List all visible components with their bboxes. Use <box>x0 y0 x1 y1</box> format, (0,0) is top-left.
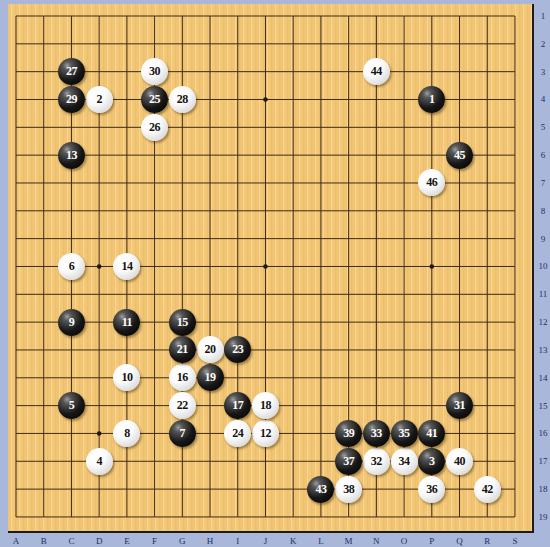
stone-number: 21 <box>177 342 188 357</box>
stone-number: 36 <box>426 482 437 497</box>
coord-number-3: 3 <box>536 67 550 77</box>
stone-black-31[interactable]: 31 <box>446 392 473 419</box>
stone-number: 42 <box>482 482 493 497</box>
coord-letter-R: R <box>484 535 490 547</box>
stone-number: 5 <box>69 398 75 413</box>
stone-number: 38 <box>343 482 354 497</box>
coord-letter-A: A <box>13 535 20 547</box>
coord-letter-N: N <box>373 535 380 547</box>
stone-black-43[interactable]: 43 <box>307 476 334 503</box>
stone-number: 34 <box>399 454 410 469</box>
stones-layer[interactable]: 1234567891011121314151617181920212223242… <box>2 2 529 531</box>
stone-number: 18 <box>260 398 271 413</box>
coord-letter-G: G <box>179 535 186 547</box>
coord-number-13: 13 <box>536 345 550 355</box>
stone-number: 31 <box>454 398 465 413</box>
stone-white-38[interactable]: 38 <box>335 476 362 503</box>
coord-number-9: 9 <box>536 234 550 244</box>
stone-white-32[interactable]: 32 <box>363 448 390 475</box>
coord-number-19: 19 <box>536 512 550 522</box>
stone-number: 26 <box>149 120 160 135</box>
coord-letter-J: J <box>264 535 268 547</box>
coord-number-11: 11 <box>536 289 550 299</box>
stone-black-45[interactable]: 45 <box>446 142 473 169</box>
coord-number-16: 16 <box>536 428 550 438</box>
coord-number-1: 1 <box>536 11 550 21</box>
stone-number: 23 <box>232 342 243 357</box>
coord-number-15: 15 <box>536 401 550 411</box>
stone-number: 9 <box>69 315 75 330</box>
stone-number: 30 <box>149 64 160 79</box>
stone-number: 3 <box>429 454 435 469</box>
stone-number: 15 <box>177 315 188 330</box>
stone-black-3[interactable]: 3 <box>418 448 445 475</box>
stone-white-8[interactable]: 8 <box>113 420 140 447</box>
stone-black-5[interactable]: 5 <box>58 392 85 419</box>
stone-white-22[interactable]: 22 <box>169 392 196 419</box>
stone-black-35[interactable]: 35 <box>391 420 418 447</box>
stone-white-20[interactable]: 20 <box>197 336 224 363</box>
stone-number: 8 <box>124 426 130 441</box>
coord-letter-M: M <box>345 535 353 547</box>
coord-letter-O: O <box>401 535 408 547</box>
stone-number: 39 <box>343 426 354 441</box>
coord-number-5: 5 <box>536 122 550 132</box>
stone-white-16[interactable]: 16 <box>169 364 196 391</box>
stone-number: 27 <box>66 64 77 79</box>
stone-number: 28 <box>177 92 188 107</box>
coord-number-12: 12 <box>536 317 550 327</box>
stone-number: 4 <box>96 454 102 469</box>
stone-white-42[interactable]: 42 <box>474 476 501 503</box>
coord-number-18: 18 <box>536 484 550 494</box>
stone-black-27[interactable]: 27 <box>58 58 85 85</box>
stone-number: 43 <box>315 482 326 497</box>
coord-letter-D: D <box>96 535 103 547</box>
coord-letter-Q: Q <box>456 535 463 547</box>
stone-white-14[interactable]: 14 <box>113 253 140 280</box>
stone-black-29[interactable]: 29 <box>58 86 85 113</box>
stone-black-33[interactable]: 33 <box>363 420 390 447</box>
coord-number-17: 17 <box>536 456 550 466</box>
stone-black-21[interactable]: 21 <box>169 336 196 363</box>
stone-number: 41 <box>426 426 437 441</box>
coord-letter-P: P <box>429 535 434 547</box>
stone-white-30[interactable]: 30 <box>141 58 168 85</box>
coord-number-8: 8 <box>536 206 550 216</box>
stone-number: 29 <box>66 92 77 107</box>
stone-number: 32 <box>371 454 382 469</box>
stone-number: 14 <box>121 259 132 274</box>
go-board[interactable]: 1234567891011121314151617181920212223242… <box>8 4 534 533</box>
stone-black-13[interactable]: 13 <box>58 142 85 169</box>
stone-white-40[interactable]: 40 <box>446 448 473 475</box>
coord-number-10: 10 <box>536 261 550 271</box>
stone-number: 17 <box>232 398 243 413</box>
stone-number: 13 <box>66 148 77 163</box>
coord-number-6: 6 <box>536 150 550 160</box>
stone-number: 2 <box>96 92 102 107</box>
stone-black-41[interactable]: 41 <box>418 420 445 447</box>
stone-white-10[interactable]: 10 <box>113 364 140 391</box>
coord-letter-F: F <box>152 535 157 547</box>
stone-number: 25 <box>149 92 160 107</box>
stone-black-25[interactable]: 25 <box>141 86 168 113</box>
stone-white-36[interactable]: 36 <box>418 476 445 503</box>
coord-number-14: 14 <box>536 373 550 383</box>
stone-black-37[interactable]: 37 <box>335 448 362 475</box>
stone-white-2[interactable]: 2 <box>86 86 113 113</box>
coord-letter-H: H <box>207 535 214 547</box>
stone-black-9[interactable]: 9 <box>58 309 85 336</box>
stone-number: 19 <box>205 370 216 385</box>
stone-number: 37 <box>343 454 354 469</box>
stone-number: 24 <box>232 426 243 441</box>
stone-white-44[interactable]: 44 <box>363 58 390 85</box>
stone-number: 33 <box>371 426 382 441</box>
stone-white-34[interactable]: 34 <box>391 448 418 475</box>
stone-black-11[interactable]: 11 <box>113 309 140 336</box>
coord-letter-L: L <box>318 535 324 547</box>
stone-number: 10 <box>121 370 132 385</box>
coord-number-2: 2 <box>536 39 550 49</box>
stone-white-12[interactable]: 12 <box>252 420 279 447</box>
stone-number: 35 <box>399 426 410 441</box>
stone-number: 11 <box>122 315 132 330</box>
stone-white-4[interactable]: 4 <box>86 448 113 475</box>
stone-white-28[interactable]: 28 <box>169 86 196 113</box>
stone-white-24[interactable]: 24 <box>224 420 251 447</box>
go-board-app: 1234567891011121314151617181920212223242… <box>0 0 550 547</box>
stone-number: 45 <box>454 148 465 163</box>
stone-white-18[interactable]: 18 <box>252 392 279 419</box>
stone-number: 22 <box>177 398 188 413</box>
stone-black-17[interactable]: 17 <box>224 392 251 419</box>
coord-letter-S: S <box>512 535 517 547</box>
stone-number: 7 <box>180 426 186 441</box>
stone-black-15[interactable]: 15 <box>169 309 196 336</box>
stone-number: 40 <box>454 454 465 469</box>
stone-number: 6 <box>69 259 75 274</box>
stone-black-19[interactable]: 19 <box>197 364 224 391</box>
stone-white-46[interactable]: 46 <box>418 169 445 196</box>
stone-number: 20 <box>205 342 216 357</box>
stone-black-39[interactable]: 39 <box>335 420 362 447</box>
stone-black-23[interactable]: 23 <box>224 336 251 363</box>
coord-number-7: 7 <box>536 178 550 188</box>
stone-number: 46 <box>426 175 437 190</box>
coord-number-4: 4 <box>536 94 550 104</box>
coord-letter-I: I <box>236 535 239 547</box>
stone-white-26[interactable]: 26 <box>141 114 168 141</box>
coord-letter-C: C <box>68 535 74 547</box>
stone-number: 12 <box>260 426 271 441</box>
coord-letter-B: B <box>41 535 47 547</box>
coord-letter-K: K <box>290 535 297 547</box>
stone-white-6[interactable]: 6 <box>58 253 85 280</box>
stone-black-7[interactable]: 7 <box>169 420 196 447</box>
stone-black-1[interactable]: 1 <box>418 86 445 113</box>
stone-number: 16 <box>177 370 188 385</box>
coord-letter-E: E <box>124 535 130 547</box>
stone-number: 44 <box>371 64 382 79</box>
stone-number: 1 <box>429 92 435 107</box>
